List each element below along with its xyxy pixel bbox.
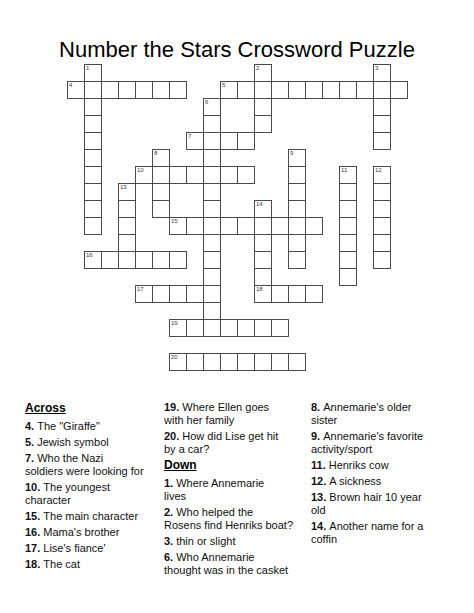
- grid-cell-r9c7[interactable]: [186, 217, 204, 235]
- clue-text: Annemarie's older sister: [311, 401, 412, 426]
- grid-cell-r13c7[interactable]: [186, 285, 204, 303]
- grid-cell-r5c1[interactable]: [84, 149, 102, 167]
- grid-cell-r7c3[interactable]: 13: [118, 183, 136, 201]
- grid-cell-r17c13[interactable]: [288, 353, 306, 371]
- grid-cell-r17c7[interactable]: [186, 353, 204, 371]
- grid-cell-r9c11[interactable]: [254, 217, 272, 235]
- grid-cell-r1c9[interactable]: 5: [220, 81, 238, 99]
- clue-item-across-20: 20.How did Lise get hit by a car?: [164, 430, 311, 456]
- clue-item-across-7: 7.Who the Nazi soldiers were looking for: [25, 452, 163, 478]
- grid-cell-r1c16[interactable]: [339, 81, 357, 99]
- cell-number-1: 1: [86, 65, 89, 72]
- grid-cell-r1c5[interactable]: [152, 81, 170, 99]
- cell-number-16: 16: [86, 252, 93, 259]
- grid-cell-r15c11[interactable]: [254, 319, 272, 337]
- grid-cell-r10c3[interactable]: [118, 234, 136, 252]
- grid-cell-r1c0[interactable]: 4: [67, 81, 85, 99]
- clue-text: Annemarie's favorite activity/sport: [311, 430, 423, 455]
- clue-text: Where Annemarie lives: [164, 477, 264, 502]
- grid-cell-r11c4[interactable]: [135, 251, 153, 269]
- grid-cell-r6c13[interactable]: [288, 166, 306, 184]
- clue-number: 5.: [25, 436, 34, 448]
- grid-cell-r1c19[interactable]: [390, 81, 408, 99]
- grid-cell-r1c2[interactable]: [101, 81, 119, 99]
- grid-cell-r17c12[interactable]: [271, 353, 289, 371]
- grid-cell-r6c4[interactable]: 10: [135, 166, 153, 184]
- grid-cell-r13c12[interactable]: [271, 285, 289, 303]
- grid-cell-r3c18[interactable]: [373, 115, 391, 133]
- grid-cell-r11c13[interactable]: [288, 251, 306, 269]
- grid-cell-r11c18[interactable]: [373, 251, 391, 269]
- grid-cell-r5c13[interactable]: 9: [288, 149, 306, 167]
- grid-cell-r8c5[interactable]: [152, 200, 170, 218]
- clue-column-1: Across4.The "Giraffe"5.Jewish symbol7.Wh…: [25, 401, 163, 574]
- clue-number: 9.: [311, 430, 320, 442]
- grid-cell-r4c1[interactable]: [84, 132, 102, 150]
- grid-cell-r1c18[interactable]: [373, 81, 391, 99]
- grid-cell-r6c1[interactable]: [84, 166, 102, 184]
- cell-number-11: 11: [341, 167, 347, 174]
- grid-cell-r15c8[interactable]: [203, 319, 221, 337]
- cell-number-12: 12: [375, 167, 382, 174]
- grid-cell-r1c11[interactable]: [254, 81, 272, 99]
- grid-cell-r7c13[interactable]: [288, 183, 306, 201]
- grid-cell-r8c1[interactable]: [84, 200, 102, 218]
- cell-number-4: 4: [69, 82, 72, 89]
- clue-item-down-11: 11.Henriks cow: [311, 459, 467, 472]
- grid-cell-r15c12[interactable]: [271, 319, 289, 337]
- clue-item-down-9: 9.Annemarie's favorite activity/sport: [311, 430, 467, 456]
- clue-number: 3.: [164, 535, 173, 547]
- grid-cell-r9c18[interactable]: [373, 217, 391, 235]
- clue-column-3: 8.Annemarie's older sister9.Annemarie's …: [311, 401, 467, 549]
- grid-cell-r6c7[interactable]: [186, 166, 204, 184]
- clue-number: 19.: [164, 401, 179, 413]
- grid-cell-r11c16[interactable]: [339, 251, 357, 269]
- grid-cell-r6c5[interactable]: [152, 166, 170, 184]
- cell-number-18: 18: [256, 286, 263, 293]
- clue-item-across-17: 17.Lise's fiance': [25, 542, 163, 555]
- grid-cell-r9c3[interactable]: [118, 217, 136, 235]
- clue-number: 1.: [164, 477, 173, 489]
- grid-cell-r1c1[interactable]: [84, 81, 102, 99]
- clue-item-down-14: 14.Another name for a coffin: [311, 520, 467, 546]
- grid-cell-r14c8[interactable]: [203, 302, 221, 320]
- grid-cell-r10c13[interactable]: [288, 234, 306, 252]
- grid-cell-r13c11[interactable]: 18: [254, 285, 272, 303]
- grid-cell-r11c8[interactable]: [203, 251, 221, 269]
- cell-number-15: 15: [171, 218, 178, 225]
- clue-text: The main character: [43, 510, 138, 522]
- across-header: Across: [25, 402, 163, 415]
- clue-item-down-13: 13.Brown hair 10 year old: [311, 491, 467, 517]
- grid-cell-r5c8[interactable]: [203, 149, 221, 167]
- grid-cell-r9c10[interactable]: [237, 217, 255, 235]
- grid-cell-r1c15[interactable]: [322, 81, 340, 99]
- cell-number-10: 10: [137, 167, 144, 174]
- clue-item-down-8: 8.Annemarie's older sister: [311, 401, 467, 427]
- grid-cell-r17c10[interactable]: [237, 353, 255, 371]
- clue-item-across-10: 10.The youngest character: [25, 481, 163, 507]
- grid-cell-r6c6[interactable]: [169, 166, 187, 184]
- grid-cell-r17c11[interactable]: [254, 353, 272, 371]
- clue-text: How did Lise get hit by a car?: [164, 430, 278, 455]
- grid-cell-r2c8[interactable]: 6: [203, 98, 221, 116]
- clue-item-down-12: 12.A sickness: [311, 475, 467, 488]
- cell-number-2: 2: [256, 65, 259, 72]
- grid-cell-r15c10[interactable]: [237, 319, 255, 337]
- clue-item-down-2: 2.Who helped the Rosens find Henriks boa…: [164, 506, 311, 532]
- grid-cell-r3c11[interactable]: [254, 115, 272, 133]
- cell-number-3: 3: [375, 65, 378, 72]
- cell-number-7: 7: [188, 133, 191, 140]
- cell-number-20: 20: [171, 354, 178, 361]
- grid-cell-r9c9[interactable]: [220, 217, 238, 235]
- grid-cell-r12c8[interactable]: [203, 268, 221, 286]
- grid-cell-r5c5[interactable]: 8: [152, 149, 170, 167]
- grid-cell-r11c11[interactable]: [254, 251, 272, 269]
- clue-item-down-1: 1.Where Annemarie lives: [164, 477, 311, 503]
- clue-text: The "Giraffe": [37, 420, 100, 432]
- grid-cell-r9c16[interactable]: [339, 217, 357, 235]
- grid-cell-r3c8[interactable]: [203, 115, 221, 133]
- grid-cell-r1c14[interactable]: [305, 81, 323, 99]
- clue-number: 12.: [311, 475, 326, 487]
- cell-number-17: 17: [137, 286, 144, 293]
- grid-cell-r12c11[interactable]: [254, 268, 272, 286]
- clue-text: Lise's fiance': [43, 542, 105, 554]
- grid-cell-r7c5[interactable]: [152, 183, 170, 201]
- grid-cell-r10c16[interactable]: [339, 234, 357, 252]
- grid-cell-r4c9[interactable]: [220, 132, 238, 150]
- clue-item-across-15: 15.The main character: [25, 510, 163, 523]
- clue-column-2: 19.Where Ellen goes with her family20.Ho…: [164, 401, 311, 580]
- grid-cell-r4c8[interactable]: [203, 132, 221, 150]
- grid-cell-r13c5[interactable]: [152, 285, 170, 303]
- clue-item-across-4: 4.The "Giraffe": [25, 420, 163, 433]
- cell-number-6: 6: [205, 99, 208, 106]
- grid-cell-r11c1[interactable]: 16: [84, 251, 102, 269]
- grid-cell-r1c4[interactable]: [135, 81, 153, 99]
- grid-cell-r15c6[interactable]: 19: [169, 319, 187, 337]
- grid-cell-r11c3[interactable]: [118, 251, 136, 269]
- clue-number: 11.: [311, 459, 326, 471]
- grid-cell-r6c10[interactable]: [237, 166, 255, 184]
- grid-cell-r0c11[interactable]: 2: [254, 64, 272, 82]
- clue-number: 17.: [25, 542, 40, 554]
- grid-cell-r17c6[interactable]: 20: [169, 353, 187, 371]
- grid-cell-r1c6[interactable]: [169, 81, 187, 99]
- puzzle-title: Number the Stars Crossword Puzzle: [0, 38, 474, 62]
- grid-cell-r17c9[interactable]: [220, 353, 238, 371]
- grid-cell-r8c8[interactable]: [203, 200, 221, 218]
- clue-item-across-16: 16.Mama's brother: [25, 526, 163, 539]
- grid-cell-r6c9[interactable]: [220, 166, 238, 184]
- grid-cell-r8c3[interactable]: [118, 200, 136, 218]
- clue-number: 6.: [164, 551, 173, 563]
- grid-cell-r4c10[interactable]: [237, 132, 255, 150]
- grid-cell-r0c1[interactable]: 1: [84, 64, 102, 82]
- grid-cell-r2c1[interactable]: [84, 98, 102, 116]
- grid-cell-r2c18[interactable]: [373, 98, 391, 116]
- clue-number: 14.: [311, 520, 326, 532]
- grid-cell-r11c6[interactable]: [169, 251, 187, 269]
- grid-cell-r7c1[interactable]: [84, 183, 102, 201]
- clue-text: The cat: [43, 558, 80, 570]
- grid-cell-r3c1[interactable]: [84, 115, 102, 133]
- cell-number-9: 9: [290, 150, 293, 157]
- clue-number: 2.: [164, 506, 173, 518]
- grid-cell-r7c18[interactable]: [373, 183, 391, 201]
- grid-cell-r13c6[interactable]: [169, 285, 187, 303]
- grid-cell-r8c11[interactable]: 14: [254, 200, 272, 218]
- grid-cell-r8c16[interactable]: [339, 200, 357, 218]
- grid-cell-r1c13[interactable]: [288, 81, 306, 99]
- grid-cell-r15c9[interactable]: [220, 319, 238, 337]
- clue-number: 15.: [25, 510, 40, 522]
- grid-cell-r9c8[interactable]: [203, 217, 221, 235]
- grid-cell-r1c10[interactable]: [237, 81, 255, 99]
- grid-cell-r6c18[interactable]: 12: [373, 166, 391, 184]
- grid-cell-r6c8[interactable]: [203, 166, 221, 184]
- grid-cell-r9c13[interactable]: [288, 217, 306, 235]
- clue-text: Another name for a coffin: [311, 520, 423, 545]
- grid-cell-r9c6[interactable]: 15: [169, 217, 187, 235]
- grid-cell-r1c3[interactable]: [118, 81, 136, 99]
- clue-text: Brown hair 10 year old: [311, 491, 422, 516]
- grid-cell-r13c13[interactable]: [288, 285, 306, 303]
- clue-item-down-3: 3.thin or slight: [164, 535, 311, 548]
- cell-number-13: 13: [120, 184, 127, 191]
- grid-cell-r17c8[interactable]: [203, 353, 221, 371]
- grid-cell-r1c17[interactable]: [356, 81, 374, 99]
- clue-number: 18.: [25, 558, 40, 570]
- grid-cell-r11c2[interactable]: [101, 251, 119, 269]
- grid-cell-r4c18[interactable]: [373, 132, 391, 150]
- grid-cell-r7c16[interactable]: [339, 183, 357, 201]
- grid-cell-r9c14[interactable]: [305, 217, 323, 235]
- grid-cell-r12c16[interactable]: [339, 268, 357, 286]
- down-header: Down: [164, 459, 311, 472]
- cell-number-14: 14: [256, 201, 263, 208]
- clue-number: 7.: [25, 452, 34, 464]
- clue-text: Jewish symbol: [37, 436, 109, 448]
- clue-number: 16.: [25, 526, 40, 538]
- cell-number-8: 8: [154, 150, 157, 157]
- clue-text: Who Annemarie thought was in the casket: [164, 551, 288, 576]
- grid-cell-r13c8[interactable]: [203, 285, 221, 303]
- clue-text: Who the Nazi soldiers were looking for: [25, 452, 144, 477]
- grid-cell-r1c12[interactable]: [271, 81, 289, 99]
- grid-cell-r11c5[interactable]: [152, 251, 170, 269]
- clue-number: 4.: [25, 420, 34, 432]
- clue-text: Where Ellen goes with her family: [164, 401, 269, 426]
- grid-cell-r10c8[interactable]: [203, 234, 221, 252]
- clue-text: Henriks cow: [329, 459, 389, 471]
- grid-cell-r10c11[interactable]: [254, 234, 272, 252]
- cell-number-5: 5: [222, 82, 225, 89]
- grid-cell-r6c16[interactable]: 11: [339, 166, 357, 184]
- clue-number: 20.: [164, 430, 179, 442]
- grid-cell-r8c18[interactable]: [373, 200, 391, 218]
- grid-cell-r9c1[interactable]: [84, 217, 102, 235]
- grid-cell-r7c8[interactable]: [203, 183, 221, 201]
- clue-number: 13.: [311, 491, 326, 503]
- grid-cell-r15c7[interactable]: [186, 319, 204, 337]
- clue-text: thin or slight: [176, 535, 235, 547]
- crossword-grid: 1234567891011121314151617181920: [67, 64, 408, 371]
- clue-item-down-6: 6.Who Annemarie thought was in the caske…: [164, 551, 311, 577]
- clue-item-across-19: 19.Where Ellen goes with her family: [164, 401, 311, 427]
- grid-cell-r13c4[interactable]: 17: [135, 285, 153, 303]
- clue-item-across-18: 18.The cat: [25, 558, 163, 571]
- grid-cell-r4c7[interactable]: 7: [186, 132, 204, 150]
- grid-cell-r2c11[interactable]: [254, 98, 272, 116]
- clue-number: 8.: [311, 401, 320, 413]
- cell-number-19: 19: [171, 320, 178, 327]
- clue-number: 10.: [25, 481, 40, 493]
- grid-cell-r13c14[interactable]: [305, 285, 323, 303]
- clue-text: A sickness: [329, 475, 381, 487]
- clue-text: Mama's brother: [43, 526, 119, 538]
- grid-cell-r9c12[interactable]: [271, 217, 289, 235]
- grid-cell-r10c18[interactable]: [373, 234, 391, 252]
- grid-cell-r8c13[interactable]: [288, 200, 306, 218]
- grid-cell-r0c18[interactable]: 3: [373, 64, 391, 82]
- clue-text: Who helped the Rosens find Henriks boat?: [164, 506, 293, 531]
- clue-item-across-5: 5.Jewish symbol: [25, 436, 163, 449]
